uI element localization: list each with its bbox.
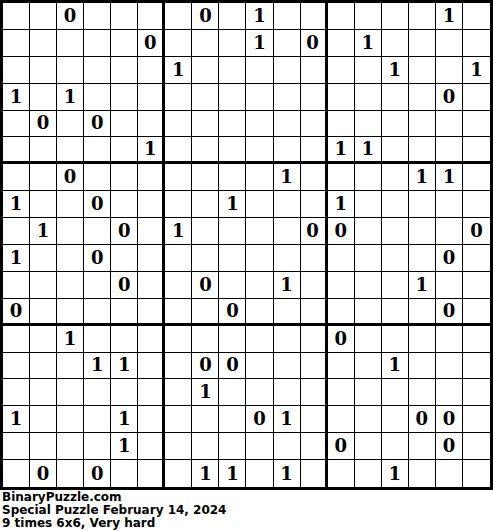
- empty-cell-r3c12[interactable]: [301, 57, 328, 84]
- given-cell-r10c17: 0: [436, 245, 463, 272]
- empty-cell-r4c10[interactable]: [246, 84, 273, 111]
- empty-cell-r16c18[interactable]: [463, 406, 490, 433]
- empty-cell-r10c14[interactable]: [355, 245, 382, 272]
- given-cell-r4c1: 1: [3, 84, 30, 111]
- empty-cell-r18c12[interactable]: [301, 460, 328, 487]
- empty-cell-r6c2[interactable]: [30, 137, 57, 164]
- given-cell-r16c11: 1: [274, 406, 301, 433]
- empty-cell-r14c11[interactable]: [274, 353, 301, 380]
- empty-cell-r7c1[interactable]: [3, 164, 30, 191]
- empty-cell-r4c15[interactable]: [382, 84, 409, 111]
- empty-cell-r9c8[interactable]: [192, 218, 219, 245]
- empty-cell-r10c15[interactable]: [382, 245, 409, 272]
- empty-cell-r9c1[interactable]: [3, 218, 30, 245]
- given-cell-r1c8: 0: [192, 3, 219, 30]
- empty-cell-r2c4[interactable]: [84, 30, 111, 57]
- empty-cell-r2c17[interactable]: [436, 30, 463, 57]
- empty-cell-r14c1[interactable]: [3, 353, 30, 380]
- given-cell-r17c13: 0: [328, 433, 355, 460]
- empty-cell-r1c2[interactable]: [30, 3, 57, 30]
- empty-cell-r5c8[interactable]: [192, 111, 219, 138]
- empty-cell-r13c11[interactable]: [274, 326, 301, 353]
- given-cell-r14c5: 1: [111, 353, 138, 380]
- given-cell-r4c17: 0: [436, 84, 463, 111]
- given-cell-r10c1: 1: [3, 245, 30, 272]
- empty-cell-r17c10[interactable]: [246, 433, 273, 460]
- empty-cell-r14c7[interactable]: [165, 353, 192, 380]
- empty-cell-r5c16[interactable]: [409, 111, 436, 138]
- empty-cell-r9c15[interactable]: [382, 218, 409, 245]
- empty-cell-r1c11[interactable]: [274, 3, 301, 30]
- given-cell-r14c4: 1: [84, 353, 111, 380]
- empty-cell-r9c10[interactable]: [246, 218, 273, 245]
- empty-cell-r13c12[interactable]: [301, 326, 328, 353]
- empty-cell-r16c15[interactable]: [382, 406, 409, 433]
- empty-cell-r17c16[interactable]: [409, 433, 436, 460]
- given-cell-r10c4: 0: [84, 245, 111, 272]
- empty-cell-r1c5[interactable]: [111, 3, 138, 30]
- empty-cell-r9c9[interactable]: [219, 218, 246, 245]
- empty-cell-r13c6[interactable]: [138, 326, 165, 353]
- given-cell-r14c8: 0: [192, 353, 219, 380]
- given-cell-r16c10: 0: [246, 406, 273, 433]
- given-cell-r12c1: 0: [3, 299, 30, 326]
- empty-cell-r4c11[interactable]: [274, 84, 301, 111]
- given-cell-r3c15: 1: [382, 57, 409, 84]
- empty-cell-r12c18[interactable]: [463, 299, 490, 326]
- empty-cell-r3c14[interactable]: [355, 57, 382, 84]
- empty-cell-r13c15[interactable]: [382, 326, 409, 353]
- empty-cell-r5c13[interactable]: [328, 111, 355, 138]
- empty-cell-r9c4[interactable]: [84, 218, 111, 245]
- empty-cell-r18c14[interactable]: [355, 460, 382, 487]
- empty-cell-r15c4[interactable]: [84, 379, 111, 406]
- empty-cell-r8c11[interactable]: [274, 191, 301, 218]
- empty-cell-r9c17[interactable]: [436, 218, 463, 245]
- given-cell-r18c2: 0: [30, 460, 57, 487]
- empty-cell-r10c3[interactable]: [57, 245, 84, 272]
- empty-cell-r6c18[interactable]: [463, 137, 490, 164]
- empty-cell-r10c2[interactable]: [30, 245, 57, 272]
- empty-cell-r15c10[interactable]: [246, 379, 273, 406]
- empty-cell-r6c7[interactable]: [165, 137, 192, 164]
- empty-cell-r10c13[interactable]: [328, 245, 355, 272]
- empty-cell-r15c17[interactable]: [436, 379, 463, 406]
- empty-cell-r5c6[interactable]: [138, 111, 165, 138]
- given-cell-r15c8: 1: [192, 379, 219, 406]
- empty-cell-r13c1[interactable]: [3, 326, 30, 353]
- empty-cell-r6c1[interactable]: [3, 137, 30, 164]
- empty-cell-r5c18[interactable]: [463, 111, 490, 138]
- empty-cell-r18c18[interactable]: [463, 460, 490, 487]
- given-cell-r3c7: 1: [165, 57, 192, 84]
- empty-cell-r8c8[interactable]: [192, 191, 219, 218]
- empty-cell-r15c2[interactable]: [30, 379, 57, 406]
- empty-cell-r15c7[interactable]: [165, 379, 192, 406]
- empty-cell-r17c12[interactable]: [301, 433, 328, 460]
- empty-cell-r17c15[interactable]: [382, 433, 409, 460]
- empty-cell-r14c16[interactable]: [409, 353, 436, 380]
- given-cell-r11c11: 1: [274, 272, 301, 299]
- empty-cell-r11c3[interactable]: [57, 272, 84, 299]
- empty-cell-r6c16[interactable]: [409, 137, 436, 164]
- empty-cell-r14c3[interactable]: [57, 353, 84, 380]
- empty-cell-r4c8[interactable]: [192, 84, 219, 111]
- given-cell-r1c10: 1: [246, 3, 273, 30]
- empty-cell-r12c3[interactable]: [57, 299, 84, 326]
- empty-cell-r2c7[interactable]: [165, 30, 192, 57]
- empty-cell-r14c2[interactable]: [30, 353, 57, 380]
- empty-cell-r6c5[interactable]: [111, 137, 138, 164]
- empty-cell-r12c5[interactable]: [111, 299, 138, 326]
- empty-cell-r18c13[interactable]: [328, 460, 355, 487]
- empty-cell-r1c13[interactable]: [328, 3, 355, 30]
- empty-cell-r2c2[interactable]: [30, 30, 57, 57]
- empty-cell-r12c8[interactable]: [192, 299, 219, 326]
- empty-cell-r18c5[interactable]: [111, 460, 138, 487]
- empty-cell-r8c6[interactable]: [138, 191, 165, 218]
- empty-cell-r1c1[interactable]: [3, 3, 30, 30]
- empty-cell-r7c2[interactable]: [30, 164, 57, 191]
- empty-cell-r2c9[interactable]: [219, 30, 246, 57]
- empty-cell-r15c1[interactable]: [3, 379, 30, 406]
- empty-cell-r3c2[interactable]: [30, 57, 57, 84]
- empty-cell-r3c5[interactable]: [111, 57, 138, 84]
- empty-cell-r7c9[interactable]: [219, 164, 246, 191]
- empty-cell-r15c14[interactable]: [355, 379, 382, 406]
- empty-cell-r13c9[interactable]: [219, 326, 246, 353]
- empty-cell-r12c10[interactable]: [246, 299, 273, 326]
- empty-cell-r8c2[interactable]: [30, 191, 57, 218]
- empty-cell-r6c9[interactable]: [219, 137, 246, 164]
- given-cell-r9c2: 1: [30, 218, 57, 245]
- empty-cell-r5c1[interactable]: [3, 111, 30, 138]
- empty-cell-r5c5[interactable]: [111, 111, 138, 138]
- empty-cell-r1c9[interactable]: [219, 3, 246, 30]
- empty-cell-r5c10[interactable]: [246, 111, 273, 138]
- empty-cell-r10c10[interactable]: [246, 245, 273, 272]
- empty-cell-r2c18[interactable]: [463, 30, 490, 57]
- empty-cell-r12c7[interactable]: [165, 299, 192, 326]
- empty-cell-r12c4[interactable]: [84, 299, 111, 326]
- empty-cell-r11c13[interactable]: [328, 272, 355, 299]
- empty-cell-r1c12[interactable]: [301, 3, 328, 30]
- empty-cell-r13c5[interactable]: [111, 326, 138, 353]
- empty-cell-r7c14[interactable]: [355, 164, 382, 191]
- empty-cell-r3c13[interactable]: [328, 57, 355, 84]
- empty-cell-r17c6[interactable]: [138, 433, 165, 460]
- empty-cell-r4c13[interactable]: [328, 84, 355, 111]
- empty-cell-r16c7[interactable]: [165, 406, 192, 433]
- empty-cell-r11c10[interactable]: [246, 272, 273, 299]
- empty-cell-r6c4[interactable]: [84, 137, 111, 164]
- given-cell-r3c18: 1: [463, 57, 490, 84]
- empty-cell-r10c8[interactable]: [192, 245, 219, 272]
- empty-cell-r14c10[interactable]: [246, 353, 273, 380]
- empty-cell-r8c12[interactable]: [301, 191, 328, 218]
- empty-cell-r7c13[interactable]: [328, 164, 355, 191]
- given-cell-r2c12: 0: [301, 30, 328, 57]
- empty-cell-r15c9[interactable]: [219, 379, 246, 406]
- empty-cell-r16c6[interactable]: [138, 406, 165, 433]
- empty-cell-r14c17[interactable]: [436, 353, 463, 380]
- given-cell-r13c3: 1: [57, 326, 84, 353]
- empty-cell-r2c3[interactable]: [57, 30, 84, 57]
- empty-cell-r2c5[interactable]: [111, 30, 138, 57]
- empty-cell-r4c16[interactable]: [409, 84, 436, 111]
- empty-cell-r2c15[interactable]: [382, 30, 409, 57]
- empty-cell-r18c10[interactable]: [246, 460, 273, 487]
- given-cell-r9c5: 0: [111, 218, 138, 245]
- empty-cell-r13c8[interactable]: [192, 326, 219, 353]
- empty-cell-r7c5[interactable]: [111, 164, 138, 191]
- empty-cell-r17c2[interactable]: [30, 433, 57, 460]
- given-cell-r8c13: 1: [328, 191, 355, 218]
- empty-cell-r16c2[interactable]: [30, 406, 57, 433]
- empty-cell-r12c16[interactable]: [409, 299, 436, 326]
- empty-cell-r15c15[interactable]: [382, 379, 409, 406]
- empty-cell-r18c1[interactable]: [3, 460, 30, 487]
- empty-cell-r17c14[interactable]: [355, 433, 382, 460]
- empty-cell-r11c12[interactable]: [301, 272, 328, 299]
- empty-cell-r7c4[interactable]: [84, 164, 111, 191]
- empty-cell-r1c6[interactable]: [138, 3, 165, 30]
- empty-cell-r8c5[interactable]: [111, 191, 138, 218]
- given-cell-r5c2: 0: [30, 111, 57, 138]
- empty-cell-r11c7[interactable]: [165, 272, 192, 299]
- empty-cell-r13c14[interactable]: [355, 326, 382, 353]
- empty-cell-r16c3[interactable]: [57, 406, 84, 433]
- empty-cell-r16c8[interactable]: [192, 406, 219, 433]
- empty-cell-r6c11[interactable]: [274, 137, 301, 164]
- empty-cell-r17c3[interactable]: [57, 433, 84, 460]
- empty-cell-r6c17[interactable]: [436, 137, 463, 164]
- given-cell-r8c1: 1: [3, 191, 30, 218]
- given-cell-r18c8: 1: [192, 460, 219, 487]
- empty-cell-r9c16[interactable]: [409, 218, 436, 245]
- empty-cell-r4c2[interactable]: [30, 84, 57, 111]
- empty-cell-r3c3[interactable]: [57, 57, 84, 84]
- empty-cell-r3c8[interactable]: [192, 57, 219, 84]
- empty-cell-r8c3[interactable]: [57, 191, 84, 218]
- empty-cell-r3c1[interactable]: [3, 57, 30, 84]
- empty-cell-r6c10[interactable]: [246, 137, 273, 164]
- empty-cell-r7c10[interactable]: [246, 164, 273, 191]
- empty-cell-r14c18[interactable]: [463, 353, 490, 380]
- given-cell-r12c17: 0: [436, 299, 463, 326]
- empty-cell-r11c2[interactable]: [30, 272, 57, 299]
- empty-cell-r14c6[interactable]: [138, 353, 165, 380]
- given-cell-r17c5: 1: [111, 433, 138, 460]
- empty-cell-r13c2[interactable]: [30, 326, 57, 353]
- given-cell-r7c11: 1: [274, 164, 301, 191]
- given-cell-r8c9: 1: [219, 191, 246, 218]
- empty-cell-r6c3[interactable]: [57, 137, 84, 164]
- empty-cell-r5c12[interactable]: [301, 111, 328, 138]
- empty-cell-r13c4[interactable]: [84, 326, 111, 353]
- empty-cell-r12c12[interactable]: [301, 299, 328, 326]
- given-cell-r18c4: 0: [84, 460, 111, 487]
- empty-cell-r4c6[interactable]: [138, 84, 165, 111]
- empty-cell-r2c11[interactable]: [274, 30, 301, 57]
- empty-cell-r4c18[interactable]: [463, 84, 490, 111]
- empty-cell-r4c4[interactable]: [84, 84, 111, 111]
- empty-cell-r4c7[interactable]: [165, 84, 192, 111]
- empty-cell-r17c4[interactable]: [84, 433, 111, 460]
- empty-cell-r15c12[interactable]: [301, 379, 328, 406]
- given-cell-r1c3: 0: [57, 3, 84, 30]
- empty-cell-r4c9[interactable]: [219, 84, 246, 111]
- empty-cell-r7c12[interactable]: [301, 164, 328, 191]
- empty-cell-r8c14[interactable]: [355, 191, 382, 218]
- empty-cell-r17c8[interactable]: [192, 433, 219, 460]
- empty-cell-r5c14[interactable]: [355, 111, 382, 138]
- empty-cell-r15c5[interactable]: [111, 379, 138, 406]
- given-cell-r4c3: 1: [57, 84, 84, 111]
- empty-cell-r3c11[interactable]: [274, 57, 301, 84]
- empty-cell-r16c13[interactable]: [328, 406, 355, 433]
- empty-cell-r4c5[interactable]: [111, 84, 138, 111]
- empty-cell-r15c6[interactable]: [138, 379, 165, 406]
- empty-cell-r7c18[interactable]: [463, 164, 490, 191]
- empty-cell-r9c3[interactable]: [57, 218, 84, 245]
- empty-cell-r1c7[interactable]: [165, 3, 192, 30]
- empty-cell-r13c7[interactable]: [165, 326, 192, 353]
- empty-cell-r16c12[interactable]: [301, 406, 328, 433]
- empty-cell-r18c16[interactable]: [409, 460, 436, 487]
- empty-cell-r17c18[interactable]: [463, 433, 490, 460]
- empty-cell-r6c15[interactable]: [382, 137, 409, 164]
- empty-cell-r6c8[interactable]: [192, 137, 219, 164]
- empty-cell-r10c12[interactable]: [301, 245, 328, 272]
- empty-cell-r3c4[interactable]: [84, 57, 111, 84]
- empty-cell-r2c1[interactable]: [3, 30, 30, 57]
- empty-cell-r17c11[interactable]: [274, 433, 301, 460]
- empty-cell-r18c7[interactable]: [165, 460, 192, 487]
- empty-cell-r18c6[interactable]: [138, 460, 165, 487]
- empty-cell-r18c3[interactable]: [57, 460, 84, 487]
- empty-cell-r13c10[interactable]: [246, 326, 273, 353]
- empty-cell-r1c18[interactable]: [463, 3, 490, 30]
- empty-cell-r2c8[interactable]: [192, 30, 219, 57]
- empty-cell-r8c18[interactable]: [463, 191, 490, 218]
- empty-cell-r11c15[interactable]: [382, 272, 409, 299]
- empty-cell-r11c6[interactable]: [138, 272, 165, 299]
- empty-cell-r1c4[interactable]: [84, 3, 111, 30]
- empty-cell-r3c17[interactable]: [436, 57, 463, 84]
- empty-cell-r8c17[interactable]: [436, 191, 463, 218]
- empty-cell-r16c14[interactable]: [355, 406, 382, 433]
- empty-cell-r5c9[interactable]: [219, 111, 246, 138]
- given-cell-r6c13: 1: [328, 137, 355, 164]
- empty-cell-r16c4[interactable]: [84, 406, 111, 433]
- empty-cell-r10c7[interactable]: [165, 245, 192, 272]
- empty-cell-r5c3[interactable]: [57, 111, 84, 138]
- empty-cell-r1c14[interactable]: [355, 3, 382, 30]
- empty-cell-r13c17[interactable]: [436, 326, 463, 353]
- empty-cell-r11c17[interactable]: [436, 272, 463, 299]
- empty-cell-r8c15[interactable]: [382, 191, 409, 218]
- empty-cell-r11c14[interactable]: [355, 272, 382, 299]
- empty-cell-r2c13[interactable]: [328, 30, 355, 57]
- empty-cell-r11c18[interactable]: [463, 272, 490, 299]
- empty-cell-r1c15[interactable]: [382, 3, 409, 30]
- empty-cell-r15c16[interactable]: [409, 379, 436, 406]
- given-cell-r16c17: 0: [436, 406, 463, 433]
- empty-cell-r16c9[interactable]: [219, 406, 246, 433]
- empty-cell-r9c14[interactable]: [355, 218, 382, 245]
- empty-cell-r9c6[interactable]: [138, 218, 165, 245]
- empty-cell-r5c7[interactable]: [165, 111, 192, 138]
- empty-cell-r12c6[interactable]: [138, 299, 165, 326]
- empty-cell-r15c18[interactable]: [463, 379, 490, 406]
- empty-cell-r7c15[interactable]: [382, 164, 409, 191]
- empty-cell-r10c9[interactable]: [219, 245, 246, 272]
- empty-cell-r7c6[interactable]: [138, 164, 165, 191]
- empty-cell-r18c17[interactable]: [436, 460, 463, 487]
- empty-cell-r3c16[interactable]: [409, 57, 436, 84]
- empty-cell-r12c14[interactable]: [355, 299, 382, 326]
- empty-cell-r14c13[interactable]: [328, 353, 355, 380]
- empty-cell-r5c11[interactable]: [274, 111, 301, 138]
- empty-cell-r4c14[interactable]: [355, 84, 382, 111]
- empty-cell-r8c7[interactable]: [165, 191, 192, 218]
- empty-cell-r12c2[interactable]: [30, 299, 57, 326]
- footer: BinaryPuzzle.com Special Puzzle February…: [0, 490, 493, 530]
- empty-cell-r17c9[interactable]: [219, 433, 246, 460]
- empty-cell-r8c10[interactable]: [246, 191, 273, 218]
- empty-cell-r11c4[interactable]: [84, 272, 111, 299]
- empty-cell-r3c6[interactable]: [138, 57, 165, 84]
- empty-cell-r15c11[interactable]: [274, 379, 301, 406]
- empty-cell-r11c9[interactable]: [219, 272, 246, 299]
- given-cell-r16c16: 0: [409, 406, 436, 433]
- empty-cell-r12c13[interactable]: [328, 299, 355, 326]
- empty-cell-r7c8[interactable]: [192, 164, 219, 191]
- empty-cell-r5c15[interactable]: [382, 111, 409, 138]
- empty-cell-r15c3[interactable]: [57, 379, 84, 406]
- empty-cell-r10c18[interactable]: [463, 245, 490, 272]
- empty-cell-r3c10[interactable]: [246, 57, 273, 84]
- empty-cell-r6c12[interactable]: [301, 137, 328, 164]
- empty-cell-r10c6[interactable]: [138, 245, 165, 272]
- empty-cell-r5c17[interactable]: [436, 111, 463, 138]
- given-cell-r2c14: 1: [355, 30, 382, 57]
- empty-cell-r10c11[interactable]: [274, 245, 301, 272]
- empty-cell-r10c16[interactable]: [409, 245, 436, 272]
- empty-cell-r17c7[interactable]: [165, 433, 192, 460]
- empty-cell-r1c16[interactable]: [409, 3, 436, 30]
- given-cell-r11c8: 0: [192, 272, 219, 299]
- empty-cell-r12c15[interactable]: [382, 299, 409, 326]
- empty-cell-r14c14[interactable]: [355, 353, 382, 380]
- empty-cell-r4c12[interactable]: [301, 84, 328, 111]
- empty-cell-r13c18[interactable]: [463, 326, 490, 353]
- empty-cell-r15c13[interactable]: [328, 379, 355, 406]
- empty-cell-r14c12[interactable]: [301, 353, 328, 380]
- empty-cell-r13c16[interactable]: [409, 326, 436, 353]
- empty-cell-r9c11[interactable]: [274, 218, 301, 245]
- empty-cell-r8c16[interactable]: [409, 191, 436, 218]
- empty-cell-r3c9[interactable]: [219, 57, 246, 84]
- empty-cell-r2c16[interactable]: [409, 30, 436, 57]
- empty-cell-r17c1[interactable]: [3, 433, 30, 460]
- empty-cell-r11c1[interactable]: [3, 272, 30, 299]
- empty-cell-r7c7[interactable]: [165, 164, 192, 191]
- empty-cell-r12c11[interactable]: [274, 299, 301, 326]
- empty-cell-r10c5[interactable]: [111, 245, 138, 272]
- given-cell-r9c13: 0: [328, 218, 355, 245]
